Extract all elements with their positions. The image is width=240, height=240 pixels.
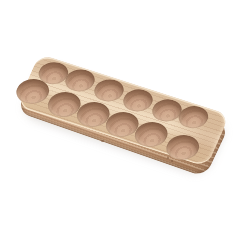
wood-knot <box>171 160 173 162</box>
product-photo-stage <box>0 0 240 240</box>
wood-knot <box>101 140 104 142</box>
wood-knot <box>167 157 169 159</box>
